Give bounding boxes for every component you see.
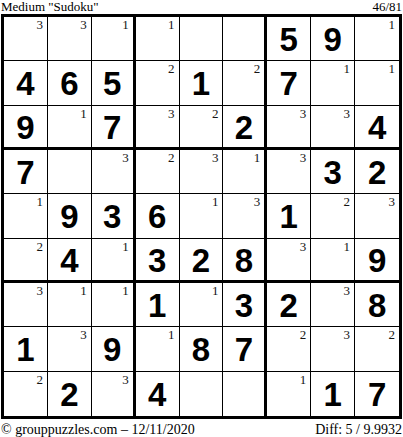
- pencil-mark: 1: [344, 240, 351, 254]
- sudoku-cell-r2c8[interactable]: 1: [311, 61, 355, 105]
- sudoku-cell-r8c4[interactable]: 1: [136, 327, 180, 371]
- sudoku-cell-r5c8[interactable]: 2: [311, 194, 355, 238]
- sudoku-cell-r4c6[interactable]: 1: [223, 150, 267, 194]
- sudoku-cell-r9c1[interactable]: 2: [4, 372, 48, 416]
- pencil-mark: 2: [212, 107, 219, 121]
- sudoku-cell-r6c1[interactable]: 2: [4, 239, 48, 283]
- pencil-mark: 3: [80, 18, 87, 32]
- sudoku-cell-r3c9[interactable]: 4: [355, 106, 399, 150]
- sudoku-cell-r2c9[interactable]: 1: [355, 61, 399, 105]
- sudoku-board: 3311591465212711917322334732313321936131…: [1, 14, 402, 419]
- sudoku-cell-r3c4[interactable]: 3: [136, 106, 180, 150]
- puzzle-title: Medium "Sudoku": [1, 0, 99, 13]
- cell-value: 9: [323, 23, 341, 56]
- cell-value: 7: [368, 378, 386, 411]
- pencil-mark: 1: [212, 195, 219, 209]
- sudoku-cell-r9c7[interactable]: 1: [267, 372, 311, 416]
- sudoku-cell-r2c7[interactable]: 7: [267, 61, 311, 105]
- sudoku-cell-r7c1[interactable]: 3: [4, 283, 48, 327]
- cell-value: 2: [368, 156, 386, 189]
- sudoku-cell-r4c1[interactable]: 7: [4, 150, 48, 194]
- pencil-mark: 3: [344, 107, 351, 121]
- difficulty-text: Diff: 5 / 9.9932: [315, 423, 402, 437]
- sudoku-cell-r4c9[interactable]: 2: [355, 150, 399, 194]
- cell-value: 8: [368, 289, 386, 322]
- sudoku-cell-r5c2[interactable]: 9: [48, 194, 92, 238]
- sudoku-cell-r1c2[interactable]: 3: [48, 17, 92, 61]
- pencil-mark: 3: [300, 240, 307, 254]
- cell-value: 7: [235, 333, 253, 366]
- pencil-mark: 1: [389, 62, 396, 76]
- pencil-mark: 1: [168, 328, 175, 342]
- pencil-mark: 2: [344, 195, 351, 209]
- sudoku-cell-r4c2[interactable]: [48, 150, 92, 194]
- sudoku-cell-r5c1[interactable]: 1: [4, 194, 48, 238]
- cell-value: 3: [323, 156, 341, 189]
- pencil-mark: 2: [36, 240, 43, 254]
- sudoku-cell-r5c6[interactable]: 3: [223, 194, 267, 238]
- sudoku-cell-r7c4[interactable]: 1: [136, 283, 180, 327]
- sudoku-cell-r8c3[interactable]: 9: [92, 327, 136, 371]
- cell-value: 6: [60, 67, 78, 100]
- pencil-mark: 3: [344, 328, 351, 342]
- sudoku-cell-r3c3[interactable]: 7: [92, 106, 136, 150]
- cell-value: 9: [16, 111, 34, 144]
- footer: © grouppuzzles.com – 12/11/2020 Diff: 5 …: [1, 419, 402, 437]
- sudoku-cell-r3c8[interactable]: 3: [311, 106, 355, 150]
- pencil-mark: 3: [300, 151, 307, 165]
- sudoku-cell-r5c4[interactable]: 6: [136, 194, 180, 238]
- sudoku-cell-r7c2[interactable]: 1: [48, 283, 92, 327]
- pencil-mark: 1: [389, 18, 396, 32]
- sudoku-cell-r7c7[interactable]: 2: [267, 283, 311, 327]
- cell-value: 2: [280, 289, 298, 322]
- sudoku-cell-r4c7[interactable]: 3: [267, 150, 311, 194]
- sudoku-cell-r4c3[interactable]: 3: [92, 150, 136, 194]
- sudoku-cell-r9c8[interactable]: 1: [311, 372, 355, 416]
- sudoku-cell-r3c7[interactable]: 3: [267, 106, 311, 150]
- pencil-mark: 3: [212, 151, 219, 165]
- cell-value: 2: [192, 244, 210, 277]
- sudoku-cell-r7c9[interactable]: 8: [355, 283, 399, 327]
- sudoku-cell-r1c7[interactable]: 5: [267, 17, 311, 61]
- sudoku-cell-r7c5[interactable]: 1: [180, 283, 224, 327]
- sudoku-cell-r9c6[interactable]: [223, 372, 267, 416]
- sudoku-cell-r9c3[interactable]: 3: [92, 372, 136, 416]
- cell-value: 3: [103, 200, 121, 233]
- sudoku-cell-r2c2[interactable]: 6: [48, 61, 92, 105]
- pencil-mark: 1: [80, 107, 87, 121]
- sudoku-cell-r5c5[interactable]: 1: [180, 194, 224, 238]
- pencil-mark: 2: [254, 62, 261, 76]
- pencil-mark: 1: [122, 284, 129, 298]
- sudoku-cell-r5c7[interactable]: 1: [267, 194, 311, 238]
- cell-value: 3: [235, 289, 253, 322]
- cell-value: 3: [148, 244, 166, 277]
- pencil-mark: 1: [122, 18, 129, 32]
- cell-value: 7: [280, 67, 298, 100]
- cell-value: 1: [148, 289, 166, 322]
- cell-value: 4: [148, 378, 166, 411]
- pencil-mark: 1: [300, 373, 307, 387]
- sudoku-cell-r7c6[interactable]: 3: [223, 283, 267, 327]
- pencil-mark: 1: [344, 62, 351, 76]
- pencil-mark: 3: [254, 195, 261, 209]
- sudoku-cell-r6c9[interactable]: 9: [355, 239, 399, 283]
- sudoku-cell-r6c4[interactable]: 3: [136, 239, 180, 283]
- cell-value: 4: [368, 111, 386, 144]
- sudoku-cell-r1c3[interactable]: 1: [92, 17, 136, 61]
- sudoku-cell-r1c1[interactable]: 3: [4, 17, 48, 61]
- pencil-mark: 3: [122, 373, 129, 387]
- pencil-mark: 1: [254, 151, 261, 165]
- cell-value: 9: [103, 333, 121, 366]
- cell-value: 1: [323, 378, 341, 411]
- pencil-mark: 1: [212, 284, 219, 298]
- sudoku-cell-r6c7[interactable]: 3: [267, 239, 311, 283]
- sudoku-cell-r8c2[interactable]: 3: [48, 327, 92, 371]
- pencil-mark: 2: [168, 62, 175, 76]
- cell-value: 1: [192, 67, 210, 100]
- pencil-mark: 2: [36, 373, 43, 387]
- sudoku-cell-r8c1[interactable]: 1: [4, 327, 48, 371]
- sudoku-cell-r1c5[interactable]: [180, 17, 224, 61]
- cell-value: 6: [148, 200, 166, 233]
- header: Medium "Sudoku" 46/81: [1, 0, 402, 14]
- sudoku-cell-r1c8[interactable]: 9: [311, 17, 355, 61]
- sudoku-cell-r8c6[interactable]: 7: [223, 327, 267, 371]
- cell-value: 1: [280, 200, 298, 233]
- pencil-mark: 3: [168, 107, 175, 121]
- pencil-mark: 3: [80, 328, 87, 342]
- sudoku-cell-r5c9[interactable]: 3: [355, 194, 399, 238]
- pencil-mark: 1: [36, 195, 43, 209]
- sudoku-cell-r1c9[interactable]: 1: [355, 17, 399, 61]
- pencil-mark: 3: [344, 284, 351, 298]
- sudoku-cell-r2c3[interactable]: 5: [92, 61, 136, 105]
- cell-value: 4: [60, 244, 78, 277]
- sudoku-cell-r1c6[interactable]: [223, 17, 267, 61]
- cell-value: 2: [235, 111, 253, 144]
- sudoku-cell-r6c2[interactable]: 4: [48, 239, 92, 283]
- sudoku-cell-r3c5[interactable]: 2: [180, 106, 224, 150]
- sudoku-cell-r2c4[interactable]: 2: [136, 61, 180, 105]
- sudoku-cell-r8c7[interactable]: 2: [267, 327, 311, 371]
- fill-counter: 46/81: [372, 0, 402, 13]
- pencil-mark: 3: [300, 107, 307, 121]
- sudoku-cell-r9c5[interactable]: [180, 372, 224, 416]
- cell-value: 7: [16, 156, 34, 189]
- sudoku-cell-r4c5[interactable]: 3: [180, 150, 224, 194]
- sudoku-cell-r7c3[interactable]: 1: [92, 283, 136, 327]
- pencil-mark: 2: [300, 328, 307, 342]
- cell-value: 8: [192, 333, 210, 366]
- pencil-mark: 1: [80, 284, 87, 298]
- pencil-mark: 2: [389, 328, 396, 342]
- sudoku-cell-r4c8[interactable]: 3: [311, 150, 355, 194]
- sudoku-cell-r3c2[interactable]: 1: [48, 106, 92, 150]
- cell-value: 7: [103, 111, 121, 144]
- sudoku-cell-r5c3[interactable]: 3: [92, 194, 136, 238]
- sudoku-cell-r6c8[interactable]: 1: [311, 239, 355, 283]
- pencil-mark: 3: [36, 284, 43, 298]
- cell-value: 5: [103, 67, 121, 100]
- sudoku-cell-r9c9[interactable]: 7: [355, 372, 399, 416]
- sudoku-cell-r8c9[interactable]: 2: [355, 327, 399, 371]
- pencil-mark: 3: [122, 151, 129, 165]
- cell-value: 5: [280, 23, 298, 56]
- copyright-text: © grouppuzzles.com – 12/11/2020: [1, 423, 195, 437]
- cell-value: 8: [235, 244, 253, 277]
- sudoku-cell-r2c6[interactable]: 2: [223, 61, 267, 105]
- pencil-mark: 3: [36, 18, 43, 32]
- cell-value: 2: [60, 378, 78, 411]
- sudoku-cell-r6c3[interactable]: 1: [92, 239, 136, 283]
- sudoku-cell-r8c5[interactable]: 8: [180, 327, 224, 371]
- sudoku-cell-r6c6[interactable]: 8: [223, 239, 267, 283]
- pencil-mark: 1: [168, 18, 175, 32]
- pencil-mark: 2: [168, 151, 175, 165]
- sudoku-cell-r7c8[interactable]: 3: [311, 283, 355, 327]
- sudoku-cell-r4c4[interactable]: 2: [136, 150, 180, 194]
- sudoku-cell-r1c4[interactable]: 1: [136, 17, 180, 61]
- cell-value: 9: [60, 200, 78, 233]
- sudoku-cell-r3c1[interactable]: 9: [4, 106, 48, 150]
- sudoku-cell-r3c6[interactable]: 2: [223, 106, 267, 150]
- sudoku-cell-r6c5[interactable]: 2: [180, 239, 224, 283]
- sudoku-cell-r9c2[interactable]: 2: [48, 372, 92, 416]
- cell-value: 4: [16, 67, 34, 100]
- cell-value: 9: [368, 244, 386, 277]
- sudoku-cell-r2c1[interactable]: 4: [4, 61, 48, 105]
- sudoku-page: Medium "Sudoku" 46/81 331159146521271191…: [0, 0, 403, 437]
- sudoku-cell-r2c5[interactable]: 1: [180, 61, 224, 105]
- sudoku-cell-r8c8[interactable]: 3: [311, 327, 355, 371]
- pencil-mark: 3: [389, 195, 396, 209]
- pencil-mark: 1: [122, 240, 129, 254]
- sudoku-cell-r9c4[interactable]: 4: [136, 372, 180, 416]
- cell-value: 1: [16, 333, 34, 366]
